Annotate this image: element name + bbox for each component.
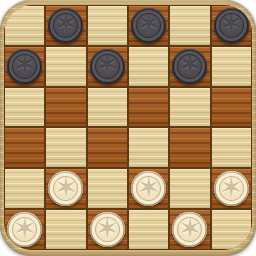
star-icon: ✶ [54,10,77,38]
square-c1[interactable]: ✶ [88,210,127,249]
square-e1[interactable]: ✶ [170,210,209,249]
square-c4[interactable] [88,88,127,127]
square-e6[interactable] [170,6,209,45]
square-d5[interactable] [129,47,168,86]
square-e3[interactable] [170,128,209,167]
light-piece[interactable]: ✶ [48,171,83,206]
star-icon: ✶ [178,51,201,79]
square-a1[interactable]: ✶ [5,210,44,249]
square-a5[interactable]: ✶ [5,47,44,86]
star-icon: ✶ [13,51,36,79]
star-icon: ✶ [220,10,243,38]
square-d3[interactable] [129,128,168,167]
square-b4[interactable] [46,88,85,127]
square-b5[interactable] [46,47,85,86]
square-f2[interactable]: ✶ [212,169,251,208]
square-b2[interactable]: ✶ [46,169,85,208]
square-a3[interactable] [5,128,44,167]
square-b6[interactable]: ✶ [46,6,85,45]
square-c3[interactable] [88,128,127,167]
square-f5[interactable] [212,47,251,86]
square-f1[interactable] [212,210,251,249]
square-a4[interactable] [5,88,44,127]
square-d1[interactable] [129,210,168,249]
square-e2[interactable] [170,169,209,208]
square-d4[interactable] [129,88,168,127]
star-icon: ✶ [96,215,119,243]
light-piece[interactable]: ✶ [214,171,249,206]
dark-piece[interactable]: ✶ [7,49,42,84]
square-d2[interactable]: ✶ [129,169,168,208]
square-f3[interactable] [212,128,251,167]
light-piece[interactable]: ✶ [7,212,42,247]
board-grid: ✶✶✶✶✶✶✶✶✶✶✶✶ [4,5,252,250]
dark-piece[interactable]: ✶ [90,49,125,84]
light-piece[interactable]: ✶ [90,212,125,247]
star-icon: ✶ [220,174,243,202]
star-icon: ✶ [13,215,36,243]
square-c2[interactable] [88,169,127,208]
square-c6[interactable] [88,6,127,45]
star-icon: ✶ [137,10,160,38]
square-c5[interactable]: ✶ [88,47,127,86]
light-piece[interactable]: ✶ [172,212,207,247]
star-icon: ✶ [96,51,119,79]
square-a6[interactable] [5,6,44,45]
dark-piece[interactable]: ✶ [172,49,207,84]
square-b1[interactable] [46,210,85,249]
app-window: ✶✶✶✶✶✶✶✶✶✶✶✶ [0,0,256,256]
square-a2[interactable] [5,169,44,208]
square-e4[interactable] [170,88,209,127]
square-f4[interactable] [212,88,251,127]
star-icon: ✶ [54,174,77,202]
dark-piece[interactable]: ✶ [131,8,166,43]
checkers-board: ✶✶✶✶✶✶✶✶✶✶✶✶ [0,0,256,256]
square-e5[interactable]: ✶ [170,47,209,86]
star-icon: ✶ [178,215,201,243]
square-d6[interactable]: ✶ [129,6,168,45]
light-piece[interactable]: ✶ [131,171,166,206]
dark-piece[interactable]: ✶ [48,8,83,43]
dark-piece[interactable]: ✶ [214,8,249,43]
star-icon: ✶ [137,174,160,202]
square-b3[interactable] [46,128,85,167]
square-f6[interactable]: ✶ [212,6,251,45]
